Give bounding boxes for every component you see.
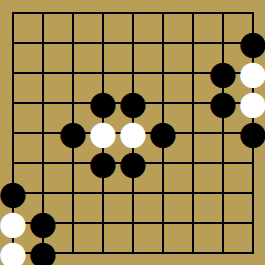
black-stone[interactable]: ● <box>151 121 175 145</box>
black-stone[interactable]: ● <box>61 121 85 145</box>
black-stone[interactable]: ● <box>241 31 265 55</box>
black-stone[interactable]: ● <box>1 181 25 205</box>
white-stone[interactable]: ● <box>1 241 25 265</box>
black-stone[interactable]: ● <box>31 211 55 235</box>
white-stone[interactable]: ● <box>121 121 145 145</box>
go-board[interactable]: ●●●●●●●●●●●●●●●●●●● <box>0 0 265 265</box>
black-stone[interactable]: ● <box>241 121 265 145</box>
white-stone[interactable]: ● <box>91 121 115 145</box>
white-stone[interactable]: ● <box>1 211 25 235</box>
black-stone[interactable]: ● <box>31 241 55 265</box>
black-stone[interactable]: ● <box>121 151 145 175</box>
black-stone[interactable]: ● <box>91 91 115 115</box>
white-stone[interactable]: ● <box>241 61 265 85</box>
stones: ●●●●●●●●●●●●●●●●●●● <box>0 0 265 265</box>
black-stone[interactable]: ● <box>91 151 115 175</box>
black-stone[interactable]: ● <box>121 91 145 115</box>
white-stone[interactable]: ● <box>241 91 265 115</box>
black-stone[interactable]: ● <box>211 61 235 85</box>
black-stone[interactable]: ● <box>211 91 235 115</box>
